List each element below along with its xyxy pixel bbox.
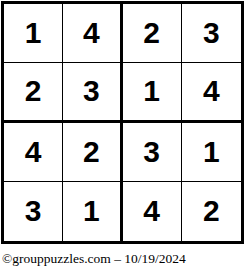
puzzle-page: 1423231442313142 ©grouppuzzles.com – 10/…	[0, 0, 247, 269]
sudoku-cell-r1c1[interactable]: 1	[4, 4, 63, 63]
sudoku-cell-r3c2[interactable]: 2	[63, 123, 122, 182]
sudoku-cell-r3c1[interactable]: 4	[4, 123, 63, 182]
copyright-credit: ©grouppuzzles.com – 10/19/2024	[2, 251, 186, 267]
sudoku-cell-r3c3[interactable]: 3	[123, 123, 182, 182]
sudoku-cell-r2c4[interactable]: 4	[182, 63, 241, 122]
sudoku-board: 1423231442313142	[1, 1, 244, 244]
sudoku-cell-r1c4[interactable]: 3	[182, 4, 241, 63]
sudoku-cell-r3c4[interactable]: 1	[182, 123, 241, 182]
sudoku-cell-r1c2[interactable]: 4	[63, 4, 122, 63]
sudoku-cell-r2c2[interactable]: 3	[63, 63, 122, 122]
sudoku-cell-r4c2[interactable]: 1	[63, 182, 122, 241]
sudoku-cell-r2c3[interactable]: 1	[123, 63, 182, 122]
sudoku-cell-r2c1[interactable]: 2	[4, 63, 63, 122]
sudoku-cell-r4c4[interactable]: 2	[182, 182, 241, 241]
sudoku-cell-r1c3[interactable]: 2	[123, 4, 182, 63]
sudoku-cell-r4c1[interactable]: 3	[4, 182, 63, 241]
sudoku-cell-r4c3[interactable]: 4	[123, 182, 182, 241]
